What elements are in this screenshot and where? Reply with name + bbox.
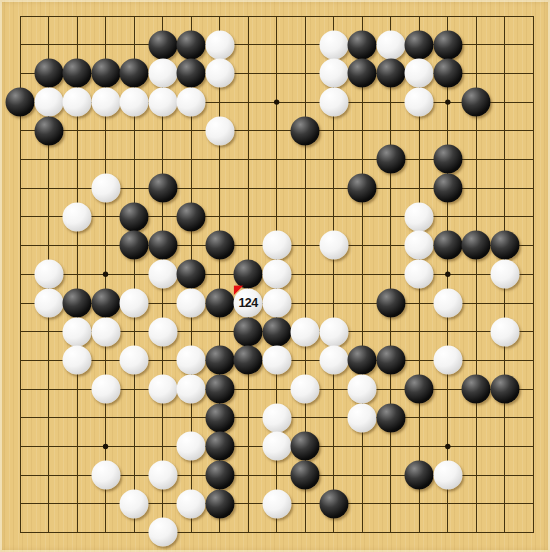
- white-stone: [433, 288, 462, 317]
- white-stone: [177, 88, 206, 117]
- white-stone: [376, 30, 405, 59]
- board-cell: [120, 59, 149, 88]
- black-stone: [91, 288, 120, 317]
- last-move-stone: 124: [234, 288, 263, 317]
- board-cell: [63, 346, 92, 375]
- black-stone: [205, 231, 234, 260]
- board-cell: [405, 30, 434, 59]
- black-stone: [291, 460, 320, 489]
- board-cell: [120, 346, 149, 375]
- white-stone: [91, 88, 120, 117]
- board-cell: [148, 375, 177, 404]
- white-stone: [34, 260, 63, 289]
- board-cell: [177, 260, 206, 289]
- board-cell: [319, 30, 348, 59]
- black-stone: [205, 288, 234, 317]
- white-stone: [91, 374, 120, 403]
- white-stone: [177, 489, 206, 518]
- board-cell: [376, 59, 405, 88]
- black-stone: [120, 59, 149, 88]
- board-cell: [177, 88, 206, 117]
- black-stone: [234, 260, 263, 289]
- black-stone: [348, 346, 377, 375]
- black-stone: [148, 174, 177, 203]
- board-cell: [120, 289, 149, 318]
- white-stone: [91, 460, 120, 489]
- white-stone: [177, 288, 206, 317]
- black-stone: [91, 59, 120, 88]
- board-cell: [433, 174, 462, 203]
- white-stone: [433, 346, 462, 375]
- board-cell: [148, 30, 177, 59]
- white-stone: [405, 231, 434, 260]
- white-stone: [262, 489, 291, 518]
- board-cell: [433, 346, 462, 375]
- white-stone: [63, 88, 92, 117]
- black-stone: [433, 174, 462, 203]
- board-cell: [91, 289, 120, 318]
- board-cell: [405, 88, 434, 117]
- black-stone: [291, 432, 320, 461]
- black-stone: [376, 288, 405, 317]
- board-cell: [234, 317, 263, 346]
- black-stone: [177, 260, 206, 289]
- white-stone: [91, 174, 120, 203]
- black-stone: [433, 30, 462, 59]
- board-cell: [177, 59, 206, 88]
- black-stone: [376, 59, 405, 88]
- white-stone: [63, 317, 92, 346]
- black-stone: [120, 231, 149, 260]
- black-stone: [433, 59, 462, 88]
- board-cell: [491, 231, 520, 260]
- board-cell: [91, 375, 120, 404]
- board-cell: [34, 88, 63, 117]
- board-cell: [148, 59, 177, 88]
- white-stone: [148, 317, 177, 346]
- white-stone: [348, 374, 377, 403]
- board-cell: [262, 260, 291, 289]
- go-board[interactable]: 124: [0, 0, 550, 552]
- board-cell: [376, 30, 405, 59]
- board-cell: [177, 346, 206, 375]
- board-cell: [491, 260, 520, 289]
- black-stone: [262, 317, 291, 346]
- white-stone: [34, 88, 63, 117]
- black-stone: [405, 30, 434, 59]
- black-stone: [490, 374, 519, 403]
- board-cell: [205, 403, 234, 432]
- board-cell: [120, 231, 149, 260]
- white-stone: [120, 489, 149, 518]
- black-stone: [177, 202, 206, 231]
- board-cell: [148, 88, 177, 117]
- board-cell: [234, 260, 263, 289]
- board-cell: [262, 346, 291, 375]
- board-cell: [405, 59, 434, 88]
- board-cell: [177, 375, 206, 404]
- board-cell: [319, 346, 348, 375]
- white-stone: [490, 260, 519, 289]
- white-stone: [262, 346, 291, 375]
- board-cell: [6, 88, 35, 117]
- board-cell: [91, 59, 120, 88]
- board-cell: [491, 317, 520, 346]
- board-cell: [120, 88, 149, 117]
- board-cell: [63, 59, 92, 88]
- white-stone: [148, 518, 177, 547]
- board-cell: [262, 231, 291, 260]
- black-stone: [376, 403, 405, 432]
- board-cell: [234, 346, 263, 375]
- board-cell: [262, 489, 291, 518]
- move-number-label: 124: [234, 288, 263, 317]
- board-cell: [205, 489, 234, 518]
- black-stone: [405, 374, 434, 403]
- black-stone: [205, 346, 234, 375]
- white-stone: [405, 202, 434, 231]
- board-cell: [205, 59, 234, 88]
- board-cell: [205, 432, 234, 461]
- board-cell: [291, 432, 320, 461]
- white-stone: [205, 59, 234, 88]
- black-stone: [291, 116, 320, 145]
- board-cell: [262, 289, 291, 318]
- black-stone: [462, 231, 491, 260]
- black-stone: [120, 202, 149, 231]
- board-cell: [63, 202, 92, 231]
- white-stone: [319, 317, 348, 346]
- board-cell: [262, 317, 291, 346]
- board-cell: [433, 461, 462, 490]
- board-cell: [148, 231, 177, 260]
- white-stone: [148, 374, 177, 403]
- board-cell: [177, 432, 206, 461]
- board-cell: [262, 403, 291, 432]
- board-cell: [291, 317, 320, 346]
- white-stone: [148, 460, 177, 489]
- board-cell: [63, 289, 92, 318]
- board-cell: [491, 375, 520, 404]
- board-cell: [205, 289, 234, 318]
- board-cell: [348, 375, 377, 404]
- black-stone: [234, 317, 263, 346]
- board-cell: [376, 289, 405, 318]
- board-cell: [177, 489, 206, 518]
- board-cell: [205, 231, 234, 260]
- black-stone: [490, 231, 519, 260]
- white-stone: [490, 317, 519, 346]
- black-stone: [405, 460, 434, 489]
- black-stone: [34, 59, 63, 88]
- black-stone: [376, 145, 405, 174]
- board-cell: [405, 260, 434, 289]
- board-cell: [34, 116, 63, 145]
- white-stone: [291, 374, 320, 403]
- white-stone: [63, 346, 92, 375]
- board-cell: [63, 317, 92, 346]
- board-cell: [348, 59, 377, 88]
- white-stone: [319, 30, 348, 59]
- board-cell: [120, 489, 149, 518]
- black-stone: [148, 231, 177, 260]
- board-cell: [148, 518, 177, 547]
- white-stone: [405, 260, 434, 289]
- black-stone: [205, 432, 234, 461]
- white-stone: [262, 231, 291, 260]
- board-cell: [348, 346, 377, 375]
- black-stone: [376, 346, 405, 375]
- board-cell: [120, 202, 149, 231]
- board-cell: [319, 88, 348, 117]
- black-stone: [234, 346, 263, 375]
- white-stone: [177, 374, 206, 403]
- board-cell: [34, 289, 63, 318]
- black-stone: [177, 30, 206, 59]
- black-stone: [319, 489, 348, 518]
- board-cell: [148, 317, 177, 346]
- board-cell: 124: [234, 289, 263, 318]
- white-stone: [319, 59, 348, 88]
- board-cell: [405, 231, 434, 260]
- white-stone: [91, 317, 120, 346]
- white-stone: [148, 59, 177, 88]
- board-cell: [91, 317, 120, 346]
- board-cell: [433, 30, 462, 59]
- board-cell: [348, 403, 377, 432]
- board-cell: [91, 174, 120, 203]
- board-cell: [177, 289, 206, 318]
- board-cell: [348, 174, 377, 203]
- board-cell: [63, 88, 92, 117]
- white-stone: [120, 288, 149, 317]
- black-stone: [177, 59, 206, 88]
- white-stone: [205, 116, 234, 145]
- white-stone: [348, 403, 377, 432]
- black-stone: [34, 116, 63, 145]
- white-stone: [291, 317, 320, 346]
- stone-layer: 124: [6, 2, 548, 547]
- board-cell: [462, 375, 491, 404]
- white-stone: [262, 432, 291, 461]
- black-stone: [348, 59, 377, 88]
- board-cell: [319, 59, 348, 88]
- white-stone: [262, 260, 291, 289]
- white-stone: [405, 59, 434, 88]
- black-stone: [462, 374, 491, 403]
- board-cell: [405, 375, 434, 404]
- board-cell: [91, 461, 120, 490]
- black-stone: [63, 288, 92, 317]
- white-stone: [262, 403, 291, 432]
- board-cell: [34, 260, 63, 289]
- black-stone: [433, 231, 462, 260]
- board-cell: [205, 461, 234, 490]
- white-stone: [34, 288, 63, 317]
- black-stone: [348, 30, 377, 59]
- black-stone: [63, 59, 92, 88]
- black-stone: [348, 174, 377, 203]
- board-cell: [177, 30, 206, 59]
- white-stone: [205, 30, 234, 59]
- board-cell: [205, 375, 234, 404]
- white-stone: [262, 288, 291, 317]
- board-cell: [376, 145, 405, 174]
- board-cell: [205, 116, 234, 145]
- board-cell: [34, 59, 63, 88]
- board-cell: [291, 116, 320, 145]
- board-cell: [348, 30, 377, 59]
- board-cell: [433, 145, 462, 174]
- white-stone: [120, 346, 149, 375]
- board-cell: [462, 231, 491, 260]
- black-stone: [205, 489, 234, 518]
- white-stone: [120, 88, 149, 117]
- black-stone: [205, 374, 234, 403]
- white-stone: [319, 346, 348, 375]
- black-stone: [205, 460, 234, 489]
- board-cell: [177, 202, 206, 231]
- white-stone: [148, 88, 177, 117]
- board-cell: [376, 403, 405, 432]
- board-cell: [319, 231, 348, 260]
- board-cell: [433, 289, 462, 318]
- board-cell: [319, 489, 348, 518]
- board-cell: [462, 88, 491, 117]
- board-cell: [262, 432, 291, 461]
- board-cell: [148, 461, 177, 490]
- white-stone: [319, 231, 348, 260]
- board-cell: [291, 375, 320, 404]
- board-cell: [433, 231, 462, 260]
- board-cell: [148, 174, 177, 203]
- board-cell: [148, 260, 177, 289]
- white-stone: [177, 432, 206, 461]
- black-stone: [433, 145, 462, 174]
- black-stone: [5, 88, 34, 117]
- white-stone: [405, 88, 434, 117]
- black-stone: [148, 30, 177, 59]
- white-stone: [319, 88, 348, 117]
- white-stone: [177, 346, 206, 375]
- board-cell: [205, 30, 234, 59]
- board-cell: [433, 59, 462, 88]
- white-stone: [433, 460, 462, 489]
- board-cell: [291, 461, 320, 490]
- black-stone: [462, 88, 491, 117]
- board-cell: [405, 461, 434, 490]
- board-cell: [376, 346, 405, 375]
- board-cell: [405, 202, 434, 231]
- board-cell: [91, 88, 120, 117]
- board-cell: [205, 346, 234, 375]
- white-stone: [148, 260, 177, 289]
- white-stone: [63, 202, 92, 231]
- black-stone: [205, 403, 234, 432]
- board-cell: [319, 317, 348, 346]
